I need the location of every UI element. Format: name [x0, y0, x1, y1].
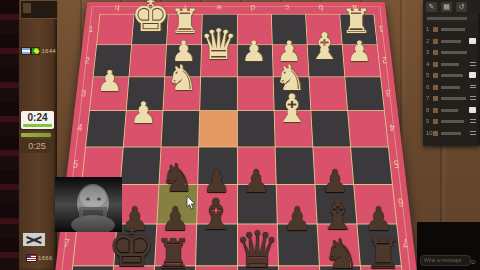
usa-flag-icon [27, 255, 36, 261]
square-f7[interactable] [155, 224, 196, 265]
square-f5[interactable] [160, 147, 199, 184]
square-g8[interactable] [111, 266, 155, 270]
rank-label-right-5: 5 [388, 157, 405, 172]
file-label-top-c: c [280, 2, 294, 14]
square-a1[interactable] [340, 15, 377, 45]
mouse-cursor [186, 196, 197, 214]
square-e6[interactable] [198, 185, 237, 224]
square-b3[interactable] [309, 77, 347, 110]
opponent-clock-progress-bar [21, 133, 51, 137]
square-a8[interactable] [361, 266, 406, 270]
square-f2[interactable] [165, 45, 201, 76]
list-icon [470, 62, 476, 67]
file-label-top-g: g [144, 2, 158, 14]
settings-panel: ✎ ▦ ↺ 12345678910 [423, 0, 480, 146]
rank-label-left-1: 1 [83, 23, 98, 35]
square-c2[interactable] [272, 45, 308, 76]
square-g2[interactable] [130, 45, 167, 76]
square-b1[interactable] [306, 15, 342, 45]
active-clock-progress-bar [23, 124, 52, 127]
square-h1[interactable] [97, 15, 134, 45]
rank-label-right-7: 7 [396, 235, 414, 252]
rank-label-left-4: 4 [71, 121, 87, 135]
grid-icon[interactable]: ▦ [441, 2, 452, 12]
opponent-clock-time: 0:25 [20, 139, 54, 153]
file-label-top-d: d [246, 2, 260, 14]
list-icon [470, 119, 476, 124]
panel-header [425, 15, 478, 22]
chat-input[interactable]: Write a message [420, 255, 471, 266]
toggle-icon [469, 38, 476, 44]
square-a2[interactable] [343, 45, 381, 76]
rank-label-left-2: 2 [80, 54, 96, 67]
square-a6[interactable] [354, 185, 396, 224]
square-d8[interactable] [238, 266, 279, 270]
opponent-rating: 1644 [41, 48, 56, 54]
square-h8[interactable] [69, 266, 114, 270]
square-d5[interactable] [237, 147, 275, 184]
square-c4[interactable] [274, 111, 312, 146]
rank-label-left-5: 5 [67, 157, 84, 172]
square-d3[interactable] [237, 77, 273, 110]
square-a5[interactable] [351, 147, 392, 184]
square-e8[interactable] [195, 266, 236, 270]
avatar-figure-icon [23, 3, 31, 13]
square-e4[interactable] [200, 111, 237, 146]
square-b8[interactable] [320, 266, 364, 270]
panel-row-6[interactable]: 6 [425, 83, 478, 92]
square-c3[interactable] [273, 77, 310, 110]
argentina-flag-icon [22, 48, 30, 54]
square-a7[interactable] [357, 224, 400, 265]
rank-label-right-2: 2 [377, 54, 393, 67]
square-c5[interactable] [275, 147, 314, 184]
player-info-row: 1666 [27, 253, 57, 262]
reset-icon[interactable]: ↺ [456, 2, 467, 12]
panel-row-4[interactable]: 4 [425, 60, 478, 69]
list-icon [470, 96, 476, 101]
square-b4[interactable] [311, 111, 350, 146]
square-d6[interactable] [237, 185, 276, 224]
panel-row-1[interactable]: 1 [425, 25, 478, 34]
panel-row-5[interactable]: 5 [425, 71, 478, 80]
square-f8[interactable] [153, 266, 195, 270]
file-label-top-f: f [178, 2, 192, 14]
rank-label-right-1: 1 [373, 23, 388, 35]
square-h4[interactable] [86, 111, 126, 146]
square-h3[interactable] [90, 77, 129, 110]
square-d4[interactable] [237, 111, 274, 146]
square-g3[interactable] [127, 77, 165, 110]
file-label-top-h: h [110, 2, 125, 14]
square-c1[interactable] [272, 15, 307, 45]
brush-icon[interactable]: ✎ [426, 2, 437, 12]
square-a3[interactable] [345, 77, 384, 110]
panel-row-9[interactable]: 9 [425, 117, 478, 126]
webcam-logo-card [23, 233, 45, 246]
square-d1[interactable] [237, 15, 271, 45]
panel-row-7[interactable]: 7 [425, 94, 478, 103]
square-e5[interactable] [199, 147, 237, 184]
rank-label-left-3: 3 [76, 86, 92, 99]
panel-row-10[interactable]: 10 [425, 129, 478, 138]
square-f3[interactable] [164, 77, 201, 110]
square-b7[interactable] [317, 224, 359, 265]
square-g4[interactable] [124, 111, 163, 146]
square-g6[interactable] [118, 185, 159, 224]
opponent-info-row: 1644 [22, 46, 56, 55]
chat-panel: Write a message ☺ [417, 222, 480, 270]
square-c8[interactable] [279, 266, 321, 270]
avatar[interactable] [20, 0, 58, 19]
square-b5[interactable] [313, 147, 353, 184]
square-e7[interactable] [196, 224, 236, 265]
square-c7[interactable] [277, 224, 318, 265]
square-b6[interactable] [315, 185, 356, 224]
square-b2[interactable] [307, 45, 344, 76]
square-a4[interactable] [348, 111, 388, 146]
list-icon [470, 131, 476, 136]
square-h2[interactable] [94, 45, 132, 76]
brazil-flag-icon [32, 48, 40, 54]
panel-row-8[interactable]: 8 [425, 106, 478, 115]
rank-label-left-7: 7 [58, 235, 76, 252]
background-curtain [0, 0, 19, 270]
square-g5[interactable] [121, 147, 161, 184]
square-f4[interactable] [162, 111, 200, 146]
square-e2[interactable] [201, 45, 236, 76]
panel-row-3[interactable]: 3 [425, 48, 478, 57]
emoji-icon[interactable]: ☺ [470, 258, 477, 265]
file-label-top-e: e [212, 2, 226, 14]
square-f1[interactable] [167, 15, 202, 45]
square-e3[interactable] [201, 77, 237, 110]
panel-row-2[interactable]: 2 [425, 37, 478, 46]
opponent-clock: 0:25 [20, 139, 54, 153]
game-screen: 1644 0:24 0:25 1666 hhggffeeddccbbaa1122… [0, 0, 480, 270]
square-e1[interactable] [202, 15, 236, 45]
player-rating: 1666 [38, 255, 53, 261]
square-c6[interactable] [276, 185, 316, 224]
rank-label-right-4: 4 [384, 121, 400, 135]
square-g1[interactable] [132, 15, 168, 45]
toggle-icon [469, 72, 476, 78]
rank-label-right-6: 6 [392, 195, 409, 211]
webcam-video [55, 177, 122, 232]
square-d2[interactable] [237, 45, 272, 76]
active-clock-time: 0:24 [21, 111, 54, 124]
file-label-top-a: a [348, 2, 363, 14]
list-icon [470, 85, 476, 90]
square-d7[interactable] [237, 224, 277, 265]
panel-toolbar: ✎ ▦ ↺ [426, 2, 467, 12]
toggle-icon [469, 107, 476, 113]
active-clock: 0:24 [21, 111, 54, 129]
rank-label-right-3: 3 [380, 86, 396, 99]
file-label-top-b: b [314, 2, 328, 14]
